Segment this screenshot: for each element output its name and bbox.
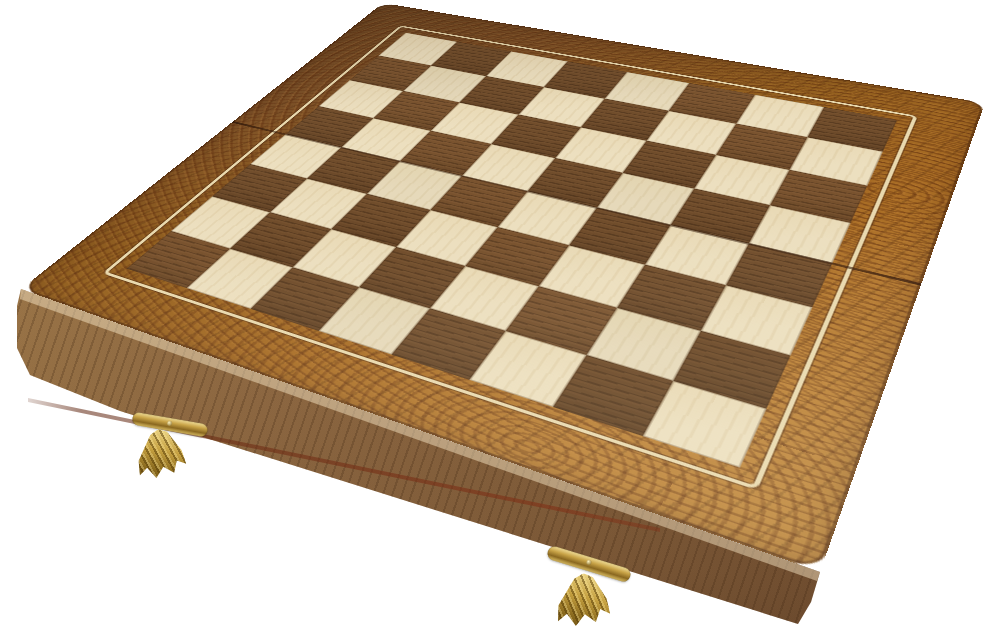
brass-clasp-right [542,549,644,629]
clasp-fan-pendant-right [550,570,612,628]
product-photo-scene [0,0,1000,636]
clasp-bar-left [131,412,208,438]
clasp-fan-pendant-left [128,425,188,483]
brass-clasp-left [128,410,220,484]
